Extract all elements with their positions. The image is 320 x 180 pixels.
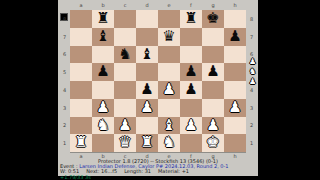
tray-white-pawn-icon: ♟︎ [247, 77, 258, 87]
square-d4[interactable]: ♟︎ [136, 81, 158, 99]
square-g7[interactable] [202, 28, 224, 46]
piece-white-pawn[interactable]: ♟︎ [180, 117, 202, 135]
square-g6[interactable] [202, 46, 224, 64]
square-d7[interactable] [136, 28, 158, 46]
rank-labels-left: 87654321 [59, 10, 70, 152]
square-h6[interactable] [224, 46, 246, 64]
piece-white-pawn[interactable]: ♟︎ [136, 99, 158, 117]
square-h2[interactable] [224, 117, 246, 135]
coord-label: 1 [63, 140, 66, 146]
coord-label: 1 [250, 140, 253, 146]
square-f1[interactable] [180, 134, 202, 152]
square-e8[interactable] [158, 10, 180, 28]
coord-label: 3 [250, 105, 253, 111]
coord-label: a [70, 2, 92, 8]
piece-black-pawn[interactable]: ♟︎ [180, 63, 202, 81]
square-f5[interactable]: ♟︎ [180, 63, 202, 81]
coord-label: c [114, 2, 136, 8]
engine-eval-line: +1.79/33 3s [58, 174, 258, 180]
piece-black-rook[interactable]: ♜︎ [180, 10, 202, 28]
square-f2[interactable]: ♟︎ [180, 117, 202, 135]
tray-white-knight-icon: ♞︎ [247, 67, 258, 77]
square-h7[interactable]: ♟︎ [224, 28, 246, 46]
square-c7[interactable] [114, 28, 136, 46]
chess-board: ♜︎♜︎♚︎♝︎♛︎♟︎♞︎♝︎♟︎♟︎♟︎♟︎♟︎♟︎♟︎♟︎♟︎♞︎♟︎♝︎… [70, 10, 246, 153]
square-c1[interactable]: ♛︎ [114, 134, 136, 152]
coord-label: h [224, 2, 246, 8]
piece-white-pawn[interactable]: ♟︎ [224, 99, 246, 117]
square-a2[interactable] [70, 117, 92, 135]
piece-black-pawn[interactable]: ♟︎ [202, 63, 224, 81]
piece-white-rook[interactable]: ♜︎ [136, 134, 158, 152]
coord-label: 8 [250, 16, 253, 22]
square-h8[interactable] [224, 10, 246, 28]
game-info-footer: Protector 1.8 (2720) -- Stockfish 13 (35… [58, 158, 258, 180]
square-g2[interactable]: ♟︎ [202, 117, 224, 135]
coord-label: 2 [63, 122, 66, 128]
file-labels-top: abcdefgh [70, 2, 246, 8]
square-d5[interactable] [136, 63, 158, 81]
square-d3[interactable]: ♟︎ [136, 99, 158, 117]
square-h4[interactable] [224, 81, 246, 99]
chess-gui-panel: abcdefgh 87654321 ♜︎♜︎♚︎♝︎♛︎♟︎♞︎♝︎♟︎♟︎♟︎… [58, 0, 258, 176]
square-f3[interactable] [180, 99, 202, 117]
piece-black-knight[interactable]: ♞︎ [114, 46, 136, 64]
square-g1[interactable]: ♚︎ [202, 134, 224, 152]
coord-label: 7 [250, 34, 253, 40]
square-a3[interactable] [70, 99, 92, 117]
square-b3[interactable]: ♟︎ [92, 99, 114, 117]
square-b7[interactable]: ♝︎ [92, 28, 114, 46]
piece-black-queen[interactable]: ♛︎ [158, 28, 180, 46]
square-f6[interactable] [180, 46, 202, 64]
piece-white-pawn[interactable]: ♟︎ [114, 117, 136, 135]
square-d1[interactable]: ♜︎ [136, 134, 158, 152]
square-d6[interactable]: ♝︎ [136, 46, 158, 64]
square-b2[interactable]: ♞︎ [92, 117, 114, 135]
square-f8[interactable]: ♜︎ [180, 10, 202, 28]
square-e5[interactable] [158, 63, 180, 81]
stat-material: Material: +1 [158, 169, 189, 174]
square-b4[interactable] [92, 81, 114, 99]
square-b8[interactable]: ♜︎ [92, 10, 114, 28]
piece-white-pawn[interactable]: ♟︎ [92, 99, 114, 117]
square-a1[interactable]: ♜︎ [70, 134, 92, 152]
piece-black-pawn[interactable]: ♟︎ [180, 81, 202, 99]
coord-label: 7 [63, 34, 66, 40]
coord-label: g [202, 2, 224, 8]
square-g4[interactable] [202, 81, 224, 99]
square-g3[interactable] [202, 99, 224, 117]
piece-black-bishop[interactable]: ♝︎ [136, 46, 158, 64]
piece-white-knight[interactable]: ♞︎ [158, 134, 180, 152]
square-h1[interactable] [224, 134, 246, 152]
square-c8[interactable] [114, 10, 136, 28]
square-d8[interactable] [136, 10, 158, 28]
piece-white-rook[interactable]: ♜︎ [70, 134, 92, 152]
piece-white-king[interactable]: ♚︎ [202, 134, 224, 152]
square-c5[interactable] [114, 63, 136, 81]
square-a7[interactable] [70, 28, 92, 46]
coord-label: 3 [63, 105, 66, 111]
square-a6[interactable] [70, 46, 92, 64]
square-h5[interactable] [224, 63, 246, 81]
piece-black-pawn[interactable]: ♟︎ [224, 28, 246, 46]
square-e6[interactable] [158, 46, 180, 64]
coord-label: 2 [250, 122, 253, 128]
piece-black-king[interactable]: ♚︎ [202, 10, 224, 28]
piece-black-pawn[interactable]: ♟︎ [92, 63, 114, 81]
coord-label: e [158, 2, 180, 8]
captured-material-tray: ♟︎♞︎♟︎ [247, 57, 258, 87]
coord-label: d [136, 2, 158, 8]
piece-white-pawn[interactable]: ♟︎ [202, 117, 224, 135]
piece-black-pawn[interactable]: ♟︎ [136, 81, 158, 99]
square-e3[interactable] [158, 99, 180, 117]
square-a4[interactable] [70, 81, 92, 99]
square-c4[interactable] [114, 81, 136, 99]
square-c6[interactable]: ♞︎ [114, 46, 136, 64]
square-f4[interactable]: ♟︎ [180, 81, 202, 99]
square-a5[interactable] [70, 63, 92, 81]
square-b6[interactable] [92, 46, 114, 64]
square-e7[interactable]: ♛︎ [158, 28, 180, 46]
square-b5[interactable]: ♟︎ [92, 63, 114, 81]
piece-black-rook[interactable]: ♜︎ [92, 10, 114, 28]
square-c3[interactable] [114, 99, 136, 117]
tray-white-pawn-icon: ♟︎ [247, 57, 258, 67]
coord-label: 5 [63, 69, 66, 75]
coord-label: 6 [63, 51, 66, 57]
square-f7[interactable] [180, 28, 202, 46]
coord-label: 4 [250, 87, 253, 93]
square-a8[interactable] [70, 10, 92, 28]
stat-length: Length: 31 [124, 169, 151, 174]
square-e2[interactable]: ♝︎ [158, 117, 180, 135]
square-c2[interactable]: ♟︎ [114, 117, 136, 135]
piece-white-bishop[interactable]: ♝︎ [158, 117, 180, 135]
coord-label: f [180, 2, 202, 8]
square-e1[interactable]: ♞︎ [158, 134, 180, 152]
square-g5[interactable]: ♟︎ [202, 63, 224, 81]
coord-label: 8 [63, 16, 66, 22]
piece-white-pawn[interactable]: ♟︎ [158, 81, 180, 99]
square-e4[interactable]: ♟︎ [158, 81, 180, 99]
piece-white-knight[interactable]: ♞︎ [92, 117, 114, 135]
piece-black-bishop[interactable]: ♝︎ [92, 28, 114, 46]
piece-white-queen[interactable]: ♛︎ [114, 134, 136, 152]
square-g8[interactable]: ♚︎ [202, 10, 224, 28]
square-d2[interactable] [136, 117, 158, 135]
screenshot-stage: abcdefgh 87654321 ♜︎♜︎♚︎♝︎♛︎♟︎♞︎♝︎♟︎♟︎♟︎… [0, 0, 320, 180]
coord-label: 4 [63, 87, 66, 93]
square-b1[interactable] [92, 134, 114, 152]
square-h3[interactable]: ♟︎ [224, 99, 246, 117]
coord-label: b [92, 2, 114, 8]
